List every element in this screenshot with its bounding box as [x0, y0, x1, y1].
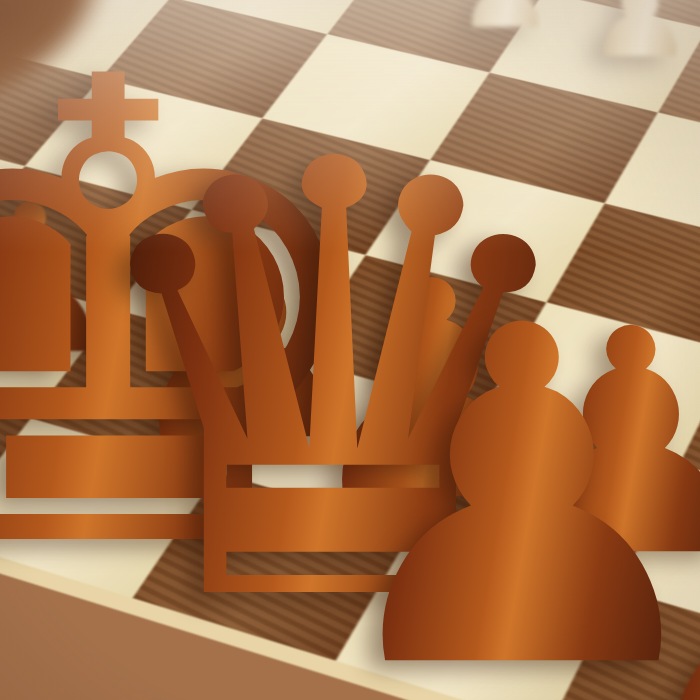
white-pawn-e5[interactable]: ♟ [586, 0, 694, 75]
black-pawn-g1[interactable]: ♟ [608, 396, 700, 700]
black-pawn-glyph: ♟ [608, 396, 700, 700]
white-pawn-glyph: ♟ [586, 0, 694, 75]
chessboard-photo: ♟♟♟♟♟♟♚♛♟♟ [0, 0, 700, 700]
